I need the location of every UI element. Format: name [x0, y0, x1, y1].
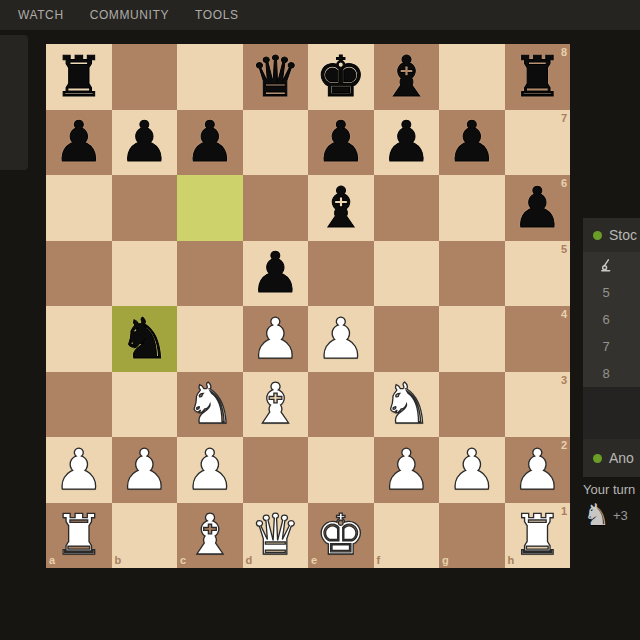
square-a3[interactable] — [46, 372, 112, 438]
square-b8[interactable] — [112, 44, 178, 110]
square-d2[interactable] — [243, 437, 309, 503]
square-a6[interactable] — [46, 175, 112, 241]
square-d8[interactable]: ♛ — [243, 44, 309, 110]
online-dot — [593, 454, 602, 463]
square-g5[interactable] — [439, 241, 505, 307]
piece-white-p-b2[interactable]: ♟ — [112, 437, 178, 503]
turn-status: Your turn — [583, 482, 635, 497]
nav-watch[interactable]: WATCH — [18, 8, 64, 22]
microscope-icon[interactable] — [583, 258, 629, 273]
material-advantage: ♞ +3 — [583, 500, 628, 530]
material-value: +3 — [613, 508, 628, 523]
piece-black-p-b7[interactable]: ♟ — [112, 110, 178, 176]
piece-black-p-d5[interactable]: ♟ — [243, 241, 309, 307]
square-g1[interactable] — [439, 503, 505, 569]
piece-white-p-a2[interactable]: ♟ — [46, 437, 112, 503]
rank-label-3: 3 — [561, 374, 567, 386]
square-b5[interactable] — [112, 241, 178, 307]
square-c8[interactable] — [177, 44, 243, 110]
square-f2[interactable]: ♟ — [374, 437, 440, 503]
lichess-page: WATCH COMMUNITY TOOLS ♜♛♚♝♜♟♟♟♟♟♟♝♟♟♞♟♟♞… — [0, 0, 640, 640]
piece-black-b-f8[interactable]: ♝ — [374, 44, 440, 110]
square-g4[interactable] — [439, 306, 505, 372]
file-label-b: b — [115, 554, 122, 566]
square-f6[interactable] — [374, 175, 440, 241]
file-label-a: a — [49, 554, 55, 566]
square-a7[interactable]: ♟ — [46, 110, 112, 176]
square-e4[interactable]: ♟ — [308, 306, 374, 372]
square-f7[interactable]: ♟ — [374, 110, 440, 176]
top-nav: WATCH COMMUNITY TOOLS — [0, 0, 640, 30]
square-e6[interactable]: ♝ — [308, 175, 374, 241]
square-c7[interactable]: ♟ — [177, 110, 243, 176]
rank-label-5: 5 — [561, 243, 567, 255]
opponent-row: Stoc — [583, 218, 640, 252]
piece-white-n-f3[interactable]: ♞ — [374, 372, 440, 438]
nav-tools[interactable]: TOOLS — [195, 8, 238, 22]
file-label-e: e — [311, 554, 317, 566]
rank-label-2: 2 — [561, 439, 567, 451]
square-d5[interactable]: ♟ — [243, 241, 309, 307]
move-number: 5 — [583, 285, 629, 300]
square-c6[interactable] — [177, 175, 243, 241]
square-a8[interactable]: ♜ — [46, 44, 112, 110]
square-a2[interactable]: ♟ — [46, 437, 112, 503]
square-d6[interactable] — [243, 175, 309, 241]
square-b2[interactable]: ♟ — [112, 437, 178, 503]
rank-label-7: 7 — [561, 112, 567, 124]
move-number: 7 — [583, 339, 629, 354]
left-panel-edge — [0, 35, 28, 170]
square-b4[interactable]: ♞ — [112, 306, 178, 372]
piece-black-b-e6[interactable]: ♝ — [308, 175, 374, 241]
square-f3[interactable]: ♞ — [374, 372, 440, 438]
piece-white-p-d4[interactable]: ♟ — [243, 306, 309, 372]
square-c3[interactable]: ♞ — [177, 372, 243, 438]
square-d7[interactable] — [243, 110, 309, 176]
player-name[interactable]: Ano — [609, 450, 634, 466]
square-c4[interactable] — [177, 306, 243, 372]
square-a1[interactable]: ♜ — [46, 503, 112, 569]
file-label-h: h — [508, 554, 515, 566]
square-g6[interactable] — [439, 175, 505, 241]
online-dot — [593, 231, 602, 240]
file-label-d: d — [246, 554, 253, 566]
piece-black-p-e7[interactable]: ♟ — [308, 110, 374, 176]
square-c1[interactable]: ♝ — [177, 503, 243, 569]
square-f5[interactable] — [374, 241, 440, 307]
piece-white-n-c3[interactable]: ♞ — [177, 372, 243, 438]
move-number: 6 — [583, 312, 629, 327]
piece-black-n-b4[interactable]: ♞ — [112, 306, 178, 372]
square-c2[interactable]: ♟ — [177, 437, 243, 503]
rank-label-4: 4 — [561, 308, 567, 320]
square-g3[interactable] — [439, 372, 505, 438]
piece-black-k-e8[interactable]: ♚ — [308, 44, 374, 110]
file-label-c: c — [180, 554, 186, 566]
piece-white-b-c1[interactable]: ♝ — [177, 503, 243, 569]
square-e3[interactable] — [308, 372, 374, 438]
square-f8[interactable]: ♝ — [374, 44, 440, 110]
square-d1[interactable]: ♛ — [243, 503, 309, 569]
square-d4[interactable]: ♟ — [243, 306, 309, 372]
square-c5[interactable] — [177, 241, 243, 307]
piece-black-p-f7[interactable]: ♟ — [374, 110, 440, 176]
square-e7[interactable]: ♟ — [308, 110, 374, 176]
square-g2[interactable]: ♟ — [439, 437, 505, 503]
piece-black-p-g7[interactable]: ♟ — [439, 110, 505, 176]
piece-black-r-a8[interactable]: ♜ — [46, 44, 112, 110]
game-side-panel: Stoc 5678 Ano — [583, 218, 640, 477]
player-row: Ano — [583, 439, 640, 477]
rank-label-8: 8 — [561, 46, 567, 58]
piece-white-r-a1[interactable]: ♜ — [46, 503, 112, 569]
piece-black-q-d8[interactable]: ♛ — [243, 44, 309, 110]
piece-black-p-c7[interactable]: ♟ — [177, 110, 243, 176]
piece-white-p-c2[interactable]: ♟ — [177, 437, 243, 503]
move-row-6[interactable]: 6 — [583, 306, 640, 333]
file-label-g: g — [442, 554, 449, 566]
square-a5[interactable] — [46, 241, 112, 307]
move-list-empty-area — [583, 387, 640, 439]
piece-white-p-g2[interactable]: ♟ — [439, 437, 505, 503]
square-e1[interactable]: ♚ — [308, 503, 374, 569]
square-g8[interactable] — [439, 44, 505, 110]
opponent-name[interactable]: Stoc — [609, 227, 637, 243]
square-f1[interactable] — [374, 503, 440, 569]
square-f4[interactable] — [374, 306, 440, 372]
rank-label-1: 1 — [561, 505, 567, 517]
move-row-5[interactable]: 5 — [583, 279, 640, 306]
move-row-8[interactable]: 8 — [583, 360, 640, 387]
square-d3[interactable]: ♝ — [243, 372, 309, 438]
rank-label-6: 6 — [561, 177, 567, 189]
piece-black-p-a7[interactable]: ♟ — [46, 110, 112, 176]
move-list[interactable]: 5678 — [583, 252, 640, 387]
square-a4[interactable] — [46, 306, 112, 372]
piece-white-b-d3[interactable]: ♝ — [243, 372, 309, 438]
piece-white-p-f2[interactable]: ♟ — [374, 437, 440, 503]
square-e2[interactable] — [308, 437, 374, 503]
move-list-header[interactable] — [583, 252, 640, 279]
square-b7[interactable]: ♟ — [112, 110, 178, 176]
chess-board[interactable]: ♜♛♚♝♜♟♟♟♟♟♟♝♟♟♞♟♟♞♝♞♟♟♟♟♟♟♜♝♛♚♜abcdefgh8… — [46, 44, 570, 568]
nav-community[interactable]: COMMUNITY — [90, 8, 169, 22]
move-row-7[interactable]: 7 — [583, 333, 640, 360]
captured-knight-icon: ♞ — [583, 500, 610, 530]
piece-white-q-d1[interactable]: ♛ — [243, 503, 309, 569]
piece-white-k-e1[interactable]: ♚ — [308, 503, 374, 569]
square-e8[interactable]: ♚ — [308, 44, 374, 110]
move-number: 8 — [583, 366, 629, 381]
piece-white-p-e4[interactable]: ♟ — [308, 306, 374, 372]
square-b1[interactable] — [112, 503, 178, 569]
file-label-f: f — [377, 554, 381, 566]
square-b6[interactable] — [112, 175, 178, 241]
square-b3[interactable] — [112, 372, 178, 438]
square-e5[interactable] — [308, 241, 374, 307]
square-g7[interactable]: ♟ — [439, 110, 505, 176]
